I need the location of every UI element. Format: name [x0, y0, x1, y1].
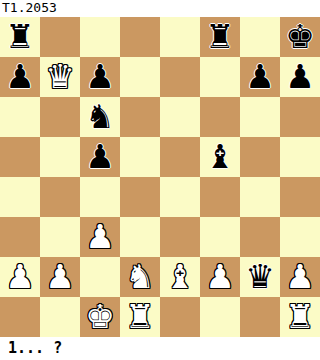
square-d2[interactable]: ♞: [120, 257, 160, 297]
square-f4[interactable]: [200, 177, 240, 217]
square-g7[interactable]: ♟: [240, 57, 280, 97]
square-b6[interactable]: [40, 97, 80, 137]
piece-black-knight[interactable]: ♞: [85, 97, 115, 137]
square-h7[interactable]: ♟: [280, 57, 320, 97]
square-d5[interactable]: [120, 137, 160, 177]
square-b4[interactable]: [40, 177, 80, 217]
piece-black-rook[interactable]: ♜: [5, 17, 35, 57]
square-b8[interactable]: [40, 17, 80, 57]
chess-board[interactable]: ♜♜♚♟♛♟♟♟♞♟♝♟♟♟♞♝♟♛♟♚♜♜: [0, 17, 320, 337]
square-c5[interactable]: ♟: [80, 137, 120, 177]
square-f3[interactable]: [200, 217, 240, 257]
square-b2[interactable]: ♟: [40, 257, 80, 297]
square-e3[interactable]: [160, 217, 200, 257]
piece-white-pawn[interactable]: ♟: [285, 257, 315, 297]
square-g6[interactable]: [240, 97, 280, 137]
square-g5[interactable]: [240, 137, 280, 177]
chess-puzzle-app: T1.2053 ♜♜♚♟♛♟♟♟♞♟♝♟♟♟♞♝♟♛♟♚♜♜ 1... ?: [0, 0, 320, 360]
square-e1[interactable]: [160, 297, 200, 337]
square-a6[interactable]: [0, 97, 40, 137]
piece-white-pawn[interactable]: ♟: [205, 257, 235, 297]
square-h6[interactable]: [280, 97, 320, 137]
square-b7[interactable]: ♛: [40, 57, 80, 97]
square-h1[interactable]: ♜: [280, 297, 320, 337]
square-c3[interactable]: ♟: [80, 217, 120, 257]
piece-white-bishop[interactable]: ♝: [165, 257, 195, 297]
square-e4[interactable]: [160, 177, 200, 217]
square-h8[interactable]: ♚: [280, 17, 320, 57]
square-g8[interactable]: [240, 17, 280, 57]
square-a8[interactable]: ♜: [0, 17, 40, 57]
square-e6[interactable]: [160, 97, 200, 137]
square-h3[interactable]: [280, 217, 320, 257]
square-c1[interactable]: ♚: [80, 297, 120, 337]
square-d7[interactable]: [120, 57, 160, 97]
square-c2[interactable]: [80, 257, 120, 297]
square-a4[interactable]: [0, 177, 40, 217]
square-a2[interactable]: ♟: [0, 257, 40, 297]
piece-white-pawn[interactable]: ♟: [5, 257, 35, 297]
square-c7[interactable]: ♟: [80, 57, 120, 97]
square-e8[interactable]: [160, 17, 200, 57]
piece-black-pawn[interactable]: ♟: [85, 137, 115, 177]
piece-black-king[interactable]: ♚: [285, 17, 315, 57]
square-a1[interactable]: [0, 297, 40, 337]
square-a5[interactable]: [0, 137, 40, 177]
piece-white-pawn[interactable]: ♟: [85, 217, 115, 257]
square-e5[interactable]: [160, 137, 200, 177]
square-g1[interactable]: [240, 297, 280, 337]
square-b1[interactable]: [40, 297, 80, 337]
square-f7[interactable]: [200, 57, 240, 97]
square-b3[interactable]: [40, 217, 80, 257]
piece-black-pawn[interactable]: ♟: [5, 57, 35, 97]
piece-black-queen[interactable]: ♛: [245, 257, 275, 297]
square-f1[interactable]: [200, 297, 240, 337]
square-f5[interactable]: ♝: [200, 137, 240, 177]
square-c6[interactable]: ♞: [80, 97, 120, 137]
piece-white-pawn[interactable]: ♟: [45, 257, 75, 297]
piece-black-bishop[interactable]: ♝: [205, 137, 235, 177]
square-d1[interactable]: ♜: [120, 297, 160, 337]
square-h5[interactable]: [280, 137, 320, 177]
square-f6[interactable]: [200, 97, 240, 137]
puzzle-title: T1.2053: [0, 0, 320, 17]
piece-white-knight[interactable]: ♞: [125, 257, 155, 297]
square-e7[interactable]: [160, 57, 200, 97]
square-c8[interactable]: [80, 17, 120, 57]
piece-white-king[interactable]: ♚: [85, 297, 115, 337]
square-d8[interactable]: [120, 17, 160, 57]
square-h2[interactable]: ♟: [280, 257, 320, 297]
piece-black-pawn[interactable]: ♟: [245, 57, 275, 97]
square-d3[interactable]: [120, 217, 160, 257]
piece-black-pawn[interactable]: ♟: [85, 57, 115, 97]
square-d6[interactable]: [120, 97, 160, 137]
piece-black-rook[interactable]: ♜: [205, 17, 235, 57]
piece-white-rook[interactable]: ♜: [125, 297, 155, 337]
square-f2[interactable]: ♟: [200, 257, 240, 297]
square-g4[interactable]: [240, 177, 280, 217]
move-prompt: 1... ?: [0, 337, 320, 360]
square-g2[interactable]: ♛: [240, 257, 280, 297]
square-g3[interactable]: [240, 217, 280, 257]
square-h4[interactable]: [280, 177, 320, 217]
square-f8[interactable]: ♜: [200, 17, 240, 57]
piece-black-pawn[interactable]: ♟: [285, 57, 315, 97]
square-a7[interactable]: ♟: [0, 57, 40, 97]
square-d4[interactable]: [120, 177, 160, 217]
square-b5[interactable]: [40, 137, 80, 177]
square-e2[interactable]: ♝: [160, 257, 200, 297]
piece-white-queen[interactable]: ♛: [45, 57, 75, 97]
square-c4[interactable]: [80, 177, 120, 217]
square-a3[interactable]: [0, 217, 40, 257]
piece-white-rook[interactable]: ♜: [285, 297, 315, 337]
